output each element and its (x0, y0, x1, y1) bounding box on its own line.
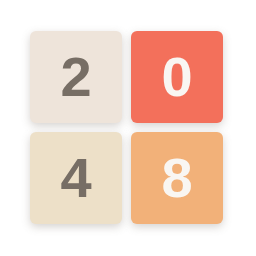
tile-0-value: 0 (161, 49, 192, 105)
2048-board[interactable]: 2 0 4 8 (30, 31, 223, 224)
tile-2: 2 (30, 31, 122, 123)
tile-4-value: 4 (60, 150, 91, 206)
tile-2-value: 2 (60, 49, 91, 105)
tile-8-value: 8 (161, 150, 192, 206)
tile-8: 8 (131, 132, 223, 224)
tile-0: 0 (131, 31, 223, 123)
tile-4: 4 (30, 132, 122, 224)
